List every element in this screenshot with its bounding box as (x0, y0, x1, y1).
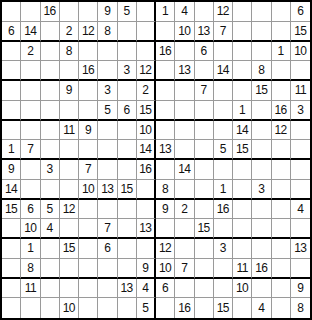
cell-r6c8[interactable]: 15 (137, 101, 156, 121)
cell-r13c2[interactable]: 1 (21, 239, 40, 259)
cell-r14c6[interactable] (98, 259, 117, 279)
cell-r2c8[interactable] (137, 22, 156, 42)
cell-r15c10[interactable] (175, 279, 194, 299)
cell-r5c15[interactable] (272, 81, 291, 101)
cell-r8c5[interactable] (79, 140, 98, 160)
cell-r14c16[interactable] (291, 259, 310, 279)
cell-r12c3[interactable]: 4 (41, 219, 60, 239)
cell-r11c12[interactable]: 16 (214, 200, 233, 220)
cell-r2c5[interactable]: 12 (79, 22, 98, 42)
cell-r6c9[interactable] (156, 101, 175, 121)
cell-r2c9[interactable] (156, 22, 175, 42)
cell-r8c8[interactable]: 14 (137, 140, 156, 160)
cell-r5c9[interactable] (156, 81, 175, 101)
cell-r2c14[interactable] (252, 22, 271, 42)
cell-r1c2[interactable] (21, 2, 40, 22)
cell-r10c8[interactable] (137, 180, 156, 200)
cell-r13c5[interactable] (79, 239, 98, 259)
cell-r7c4[interactable]: 11 (60, 121, 79, 141)
cell-r2c13[interactable] (233, 22, 252, 42)
cell-r7c10[interactable] (175, 121, 194, 141)
cell-r6c4[interactable] (60, 101, 79, 121)
cell-r3c7[interactable] (118, 42, 137, 62)
cell-r15c15[interactable] (272, 279, 291, 299)
cell-r1c5[interactable] (79, 2, 98, 22)
cell-r3c16[interactable]: 10 (291, 42, 310, 62)
cell-r2c15[interactable] (272, 22, 291, 42)
cell-r1c11[interactable] (195, 2, 214, 22)
cell-r11c9[interactable]: 9 (156, 200, 175, 220)
cell-r2c6[interactable]: 8 (98, 22, 117, 42)
cell-r1c3[interactable]: 16 (41, 2, 60, 22)
cell-r6c2[interactable] (21, 101, 40, 121)
cell-r14c3[interactable] (41, 259, 60, 279)
cell-r1c10[interactable]: 4 (175, 2, 194, 22)
cell-r3c2[interactable]: 2 (21, 42, 40, 62)
cell-r12c5[interactable] (79, 219, 98, 239)
cell-r12c4[interactable] (60, 219, 79, 239)
cell-r4c11[interactable] (195, 61, 214, 81)
cell-r14c12[interactable] (214, 259, 233, 279)
cell-r11c5[interactable] (79, 200, 98, 220)
cell-r15c4[interactable] (60, 279, 79, 299)
cell-r4c6[interactable] (98, 61, 117, 81)
cell-r12c12[interactable] (214, 219, 233, 239)
cell-r13c4[interactable]: 15 (60, 239, 79, 259)
cell-r16c1[interactable] (2, 298, 21, 318)
cell-r4c12[interactable]: 14 (214, 61, 233, 81)
cell-r3c6[interactable] (98, 42, 117, 62)
cell-r4c2[interactable] (21, 61, 40, 81)
cell-r15c2[interactable]: 11 (21, 279, 40, 299)
cell-r1c4[interactable] (60, 2, 79, 22)
cell-r12c11[interactable]: 15 (195, 219, 214, 239)
cell-r13c3[interactable] (41, 239, 60, 259)
cell-r3c8[interactable] (137, 42, 156, 62)
cell-r5c3[interactable] (41, 81, 60, 101)
cell-r14c10[interactable]: 7 (175, 259, 194, 279)
cell-r6c6[interactable]: 5 (98, 101, 117, 121)
cell-r14c8[interactable]: 9 (137, 259, 156, 279)
cell-r1c8[interactable] (137, 2, 156, 22)
cell-r8c9[interactable]: 13 (156, 140, 175, 160)
cell-r14c13[interactable]: 11 (233, 259, 252, 279)
cell-r4c13[interactable] (233, 61, 252, 81)
cell-r8c7[interactable] (118, 140, 137, 160)
cell-r13c15[interactable] (272, 239, 291, 259)
cell-r4c5[interactable]: 16 (79, 61, 98, 81)
cell-r15c16[interactable]: 9 (291, 279, 310, 299)
cell-r9c9[interactable] (156, 160, 175, 180)
cell-r15c11[interactable] (195, 279, 214, 299)
cell-r5c12[interactable] (214, 81, 233, 101)
cell-r16c11[interactable] (195, 298, 214, 318)
cell-r12c14[interactable] (252, 219, 271, 239)
cell-r13c16[interactable]: 13 (291, 239, 310, 259)
cell-r10c6[interactable]: 13 (98, 180, 117, 200)
cell-r3c4[interactable]: 8 (60, 42, 79, 62)
cell-r2c10[interactable]: 10 (175, 22, 194, 42)
cell-r9c7[interactable] (118, 160, 137, 180)
cell-r10c3[interactable] (41, 180, 60, 200)
cell-r3c13[interactable] (233, 42, 252, 62)
cell-r5c5[interactable] (79, 81, 98, 101)
cell-r6c13[interactable]: 1 (233, 101, 252, 121)
cell-r8c1[interactable]: 1 (2, 140, 21, 160)
cell-r11c3[interactable]: 5 (41, 200, 60, 220)
cell-r11c14[interactable] (252, 200, 271, 220)
cell-r8c12[interactable]: 5 (214, 140, 233, 160)
cell-r4c3[interactable] (41, 61, 60, 81)
cell-r12c6[interactable]: 7 (98, 219, 117, 239)
cell-r9c13[interactable] (233, 160, 252, 180)
cell-r8c3[interactable] (41, 140, 60, 160)
cell-r5c7[interactable] (118, 81, 137, 101)
cell-r4c8[interactable]: 12 (137, 61, 156, 81)
cell-r8c13[interactable]: 15 (233, 140, 252, 160)
cell-r5c11[interactable]: 7 (195, 81, 214, 101)
cell-r16c2[interactable] (21, 298, 40, 318)
cell-r16c7[interactable] (118, 298, 137, 318)
cell-r8c4[interactable] (60, 140, 79, 160)
cell-r14c2[interactable]: 8 (21, 259, 40, 279)
cell-r2c2[interactable]: 14 (21, 22, 40, 42)
cell-r13c7[interactable] (118, 239, 137, 259)
cell-r9c5[interactable]: 7 (79, 160, 98, 180)
cell-r4c14[interactable]: 8 (252, 61, 271, 81)
cell-r2c4[interactable]: 2 (60, 22, 79, 42)
cell-r15c7[interactable]: 13 (118, 279, 137, 299)
cell-r13c12[interactable]: 3 (214, 239, 233, 259)
cell-r16c5[interactable] (79, 298, 98, 318)
cell-r12c9[interactable] (156, 219, 175, 239)
cell-r5c6[interactable]: 3 (98, 81, 117, 101)
cell-r11c10[interactable]: 2 (175, 200, 194, 220)
cell-r9c8[interactable]: 16 (137, 160, 156, 180)
cell-r6c1[interactable] (2, 101, 21, 121)
cell-r12c15[interactable] (272, 219, 291, 239)
cell-r12c8[interactable]: 13 (137, 219, 156, 239)
cell-r8c16[interactable] (291, 140, 310, 160)
cell-r16c4[interactable]: 10 (60, 298, 79, 318)
cell-r15c3[interactable] (41, 279, 60, 299)
cell-r16c16[interactable]: 8 (291, 298, 310, 318)
cell-r7c12[interactable] (214, 121, 233, 141)
cell-r11c7[interactable] (118, 200, 137, 220)
cell-r8c2[interactable]: 7 (21, 140, 40, 160)
cell-r13c1[interactable] (2, 239, 21, 259)
cell-r6c10[interactable] (175, 101, 194, 121)
cell-r16c14[interactable]: 4 (252, 298, 271, 318)
cell-r8c11[interactable] (195, 140, 214, 160)
cell-r10c12[interactable]: 1 (214, 180, 233, 200)
cell-r3c1[interactable] (2, 42, 21, 62)
cell-r9c15[interactable] (272, 160, 291, 180)
cell-r3c12[interactable] (214, 42, 233, 62)
cell-r5c8[interactable]: 2 (137, 81, 156, 101)
cell-r3c9[interactable]: 16 (156, 42, 175, 62)
cell-r11c11[interactable] (195, 200, 214, 220)
cell-r3c3[interactable] (41, 42, 60, 62)
cell-r5c2[interactable] (21, 81, 40, 101)
cell-r9c16[interactable] (291, 160, 310, 180)
cell-r7c3[interactable] (41, 121, 60, 141)
cell-r10c5[interactable]: 10 (79, 180, 98, 200)
cell-r16c10[interactable]: 16 (175, 298, 194, 318)
cell-r10c4[interactable] (60, 180, 79, 200)
cell-r7c1[interactable] (2, 121, 21, 141)
cell-r9c10[interactable]: 14 (175, 160, 194, 180)
cell-r1c9[interactable]: 1 (156, 2, 175, 22)
cell-r14c1[interactable] (2, 259, 21, 279)
cell-r12c1[interactable] (2, 219, 21, 239)
cell-r14c4[interactable] (60, 259, 79, 279)
cell-r7c2[interactable] (21, 121, 40, 141)
cell-r2c1[interactable]: 6 (2, 22, 21, 42)
cell-r12c13[interactable] (233, 219, 252, 239)
cell-r9c14[interactable] (252, 160, 271, 180)
cell-r5c16[interactable]: 11 (291, 81, 310, 101)
cell-r11c4[interactable]: 12 (60, 200, 79, 220)
cell-r7c15[interactable]: 12 (272, 121, 291, 141)
cell-r8c6[interactable] (98, 140, 117, 160)
cell-r2c12[interactable]: 7 (214, 22, 233, 42)
cell-r15c1[interactable] (2, 279, 21, 299)
cell-r9c2[interactable] (21, 160, 40, 180)
cell-r2c7[interactable] (118, 22, 137, 42)
cell-r6c3[interactable] (41, 101, 60, 121)
cell-r7c11[interactable] (195, 121, 214, 141)
cell-r10c10[interactable] (175, 180, 194, 200)
cell-r10c1[interactable]: 14 (2, 180, 21, 200)
cell-r10c11[interactable] (195, 180, 214, 200)
cell-r9c6[interactable] (98, 160, 117, 180)
cell-r16c3[interactable] (41, 298, 60, 318)
cell-r6c11[interactable] (195, 101, 214, 121)
cell-r9c12[interactable] (214, 160, 233, 180)
cell-r6c12[interactable] (214, 101, 233, 121)
cell-r14c7[interactable] (118, 259, 137, 279)
cell-r11c13[interactable] (233, 200, 252, 220)
cell-r2c11[interactable]: 13 (195, 22, 214, 42)
cell-r16c13[interactable] (233, 298, 252, 318)
cell-r16c8[interactable]: 5 (137, 298, 156, 318)
cell-r16c15[interactable] (272, 298, 291, 318)
cell-r1c7[interactable]: 5 (118, 2, 137, 22)
cell-r8c10[interactable] (175, 140, 194, 160)
cell-r4c15[interactable] (272, 61, 291, 81)
cell-r10c16[interactable] (291, 180, 310, 200)
cell-r15c13[interactable]: 10 (233, 279, 252, 299)
cell-r4c7[interactable]: 3 (118, 61, 137, 81)
cell-r15c6[interactable] (98, 279, 117, 299)
cell-r6c14[interactable] (252, 101, 271, 121)
cell-r13c8[interactable] (137, 239, 156, 259)
cell-r8c15[interactable] (272, 140, 291, 160)
cell-r7c9[interactable] (156, 121, 175, 141)
cell-r10c2[interactable] (21, 180, 40, 200)
cell-r13c9[interactable]: 12 (156, 239, 175, 259)
cell-r11c2[interactable]: 6 (21, 200, 40, 220)
cell-r10c14[interactable]: 3 (252, 180, 271, 200)
cell-r1c16[interactable]: 6 (291, 2, 310, 22)
cell-r4c1[interactable] (2, 61, 21, 81)
cell-r1c6[interactable]: 9 (98, 2, 117, 22)
cell-r1c1[interactable] (2, 2, 21, 22)
cell-r7c7[interactable] (118, 121, 137, 141)
cell-r13c11[interactable] (195, 239, 214, 259)
sudoku-board: 1695141266142128101371528166110163121314… (0, 0, 312, 320)
cell-r5c10[interactable] (175, 81, 194, 101)
cell-r3c11[interactable]: 6 (195, 42, 214, 62)
cell-r9c4[interactable] (60, 160, 79, 180)
cell-r14c11[interactable] (195, 259, 214, 279)
cell-r10c9[interactable]: 8 (156, 180, 175, 200)
cell-r6c7[interactable]: 6 (118, 101, 137, 121)
cell-r5c4[interactable]: 9 (60, 81, 79, 101)
cell-r13c6[interactable]: 6 (98, 239, 117, 259)
cell-r15c14[interactable] (252, 279, 271, 299)
cell-r4c10[interactable]: 13 (175, 61, 194, 81)
cell-r16c9[interactable] (156, 298, 175, 318)
cell-r12c2[interactable]: 10 (21, 219, 40, 239)
cell-r7c13[interactable]: 14 (233, 121, 252, 141)
cell-r14c9[interactable]: 10 (156, 259, 175, 279)
cell-r11c15[interactable] (272, 200, 291, 220)
cell-r6c5[interactable] (79, 101, 98, 121)
cell-r4c9[interactable] (156, 61, 175, 81)
cell-r8c14[interactable] (252, 140, 271, 160)
cell-r15c5[interactable] (79, 279, 98, 299)
cell-r5c1[interactable] (2, 81, 21, 101)
cell-r7c16[interactable] (291, 121, 310, 141)
cell-r5c13[interactable] (233, 81, 252, 101)
cell-r12c16[interactable] (291, 219, 310, 239)
cell-r9c3[interactable]: 3 (41, 160, 60, 180)
cell-r14c14[interactable]: 16 (252, 259, 271, 279)
cell-r10c15[interactable] (272, 180, 291, 200)
cell-r10c13[interactable] (233, 180, 252, 200)
cell-r2c16[interactable]: 15 (291, 22, 310, 42)
cell-r16c6[interactable] (98, 298, 117, 318)
cell-r3c15[interactable]: 1 (272, 42, 291, 62)
cell-r2c3[interactable] (41, 22, 60, 42)
cell-r11c6[interactable] (98, 200, 117, 220)
cell-r6c16[interactable]: 3 (291, 101, 310, 121)
cell-r14c5[interactable] (79, 259, 98, 279)
cell-r15c9[interactable]: 6 (156, 279, 175, 299)
cell-r13c14[interactable] (252, 239, 271, 259)
cell-r9c11[interactable] (195, 160, 214, 180)
cell-r12c7[interactable] (118, 219, 137, 239)
cell-r3c5[interactable] (79, 42, 98, 62)
cell-r7c8[interactable]: 10 (137, 121, 156, 141)
cell-r6c15[interactable]: 16 (272, 101, 291, 121)
cell-r10c7[interactable]: 15 (118, 180, 137, 200)
cell-r15c12[interactable] (214, 279, 233, 299)
cell-r13c13[interactable] (233, 239, 252, 259)
cell-r7c6[interactable] (98, 121, 117, 141)
cell-r1c13[interactable] (233, 2, 252, 22)
cell-r7c14[interactable] (252, 121, 271, 141)
cell-r1c14[interactable] (252, 2, 271, 22)
cell-r3c14[interactable] (252, 42, 271, 62)
cell-r12c10[interactable] (175, 219, 194, 239)
cell-r7c5[interactable]: 9 (79, 121, 98, 141)
cell-r3c10[interactable] (175, 42, 194, 62)
cell-r11c8[interactable] (137, 200, 156, 220)
cell-r5c14[interactable]: 15 (252, 81, 271, 101)
cell-r16c12[interactable]: 15 (214, 298, 233, 318)
cell-r14c15[interactable] (272, 259, 291, 279)
cell-r1c15[interactable] (272, 2, 291, 22)
cell-r9c1[interactable]: 9 (2, 160, 21, 180)
cell-r4c4[interactable] (60, 61, 79, 81)
cell-r1c12[interactable]: 12 (214, 2, 233, 22)
cell-r13c10[interactable] (175, 239, 194, 259)
cell-r11c1[interactable]: 15 (2, 200, 21, 220)
cell-r15c8[interactable]: 4 (137, 279, 156, 299)
cell-r11c16[interactable]: 4 (291, 200, 310, 220)
cell-r4c16[interactable] (291, 61, 310, 81)
